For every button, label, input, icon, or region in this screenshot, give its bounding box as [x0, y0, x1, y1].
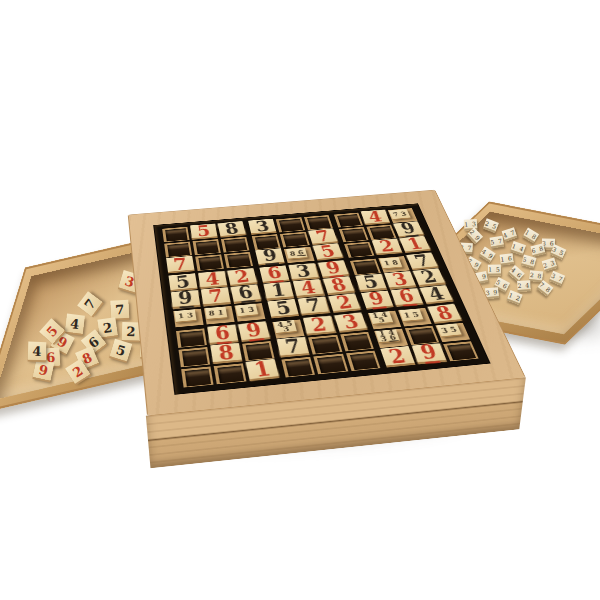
block: 639148572	[260, 262, 360, 319]
number-tile[interactable]: 3	[333, 312, 366, 331]
cell-r6c6[interactable]: 2	[328, 294, 360, 312]
pencil-tile[interactable]: 15	[399, 309, 423, 321]
cell-r9c5[interactable]	[314, 354, 348, 375]
tile-digit: 4	[300, 279, 318, 297]
empty-slot	[349, 353, 377, 370]
pencil-tile[interactable]: 1436	[375, 330, 399, 343]
tile-digit: 4	[425, 284, 447, 302]
block: 6981	[176, 322, 280, 387]
pencil-digit: 1	[376, 329, 387, 337]
block: 187532964	[350, 254, 454, 310]
cell-r5c5[interactable]: 4	[294, 280, 325, 298]
cell-r1c7[interactable]	[334, 213, 363, 228]
pencil-digit: 4	[385, 329, 396, 337]
pencil-digit: 3	[378, 335, 389, 343]
cell-r8c9[interactable]: 35	[435, 323, 470, 342]
empty-slot	[317, 356, 345, 374]
cell-r8c7[interactable]: 1436	[374, 328, 408, 348]
pencil-tile[interactable]: 35	[436, 323, 461, 336]
pencil-digit: 4	[379, 311, 390, 319]
cell-r1c3[interactable]: 8	[218, 222, 246, 237]
tile-digit: 2	[310, 315, 329, 334]
empty-slot	[408, 328, 436, 344]
pencil-digit: 1	[370, 312, 381, 320]
empty-slot	[347, 244, 372, 258]
pencil-tile[interactable]: 73	[389, 209, 411, 219]
pencil-digit: 3	[398, 210, 409, 216]
number-tile[interactable]: 5	[312, 243, 343, 259]
empty-slot	[217, 365, 244, 383]
pencil-digit: 8	[207, 309, 217, 317]
pencil-digit: 3	[281, 325, 292, 333]
tile-digit: 8	[328, 276, 348, 294]
cell-r6c4[interactable]: 5	[268, 300, 299, 318]
empty-slot	[182, 349, 208, 366]
block: 453237	[273, 314, 380, 378]
cell-r5c2[interactable]: 7	[201, 288, 231, 306]
cell-r7c5[interactable]: 2	[303, 316, 336, 335]
empty-slot	[283, 233, 307, 246]
tile-digit: 6	[214, 323, 231, 345]
pencil-digit: 4	[275, 320, 286, 328]
cell-r5c7[interactable]: 5	[355, 275, 387, 292]
box-scene: 5873798654739215429761381136391485721875…	[0, 0, 600, 600]
tile-digit: 8	[433, 303, 455, 322]
tile-digit: 7	[172, 255, 188, 272]
pencil-digit: 8	[390, 259, 401, 266]
number-tile[interactable]: 4	[361, 210, 390, 224]
pencil-tile[interactable]: 13	[174, 309, 196, 321]
pencil-digit: 3	[246, 305, 257, 313]
tile-digit: 2	[386, 345, 408, 366]
number-tile[interactable]: 7	[166, 256, 194, 272]
tile-digit: 3	[340, 312, 361, 332]
cell-r6c2[interactable]: 81	[204, 306, 235, 325]
tile-digit: 1	[405, 236, 425, 252]
tile-digit: 2	[377, 238, 395, 254]
pencil-tile[interactable]: 18	[380, 257, 402, 268]
pencil-tile[interactable]: 86	[286, 248, 307, 259]
cell-r1c5[interactable]	[276, 217, 305, 232]
number-tile[interactable]: 3	[248, 219, 276, 234]
cell-r8c8[interactable]	[405, 326, 439, 345]
pencil-digit: 3	[185, 311, 195, 319]
number-tile[interactable]: 4	[293, 279, 324, 296]
cell-r2c7[interactable]	[339, 227, 369, 243]
empty-slot	[165, 228, 188, 241]
block: 542976138113	[169, 269, 266, 327]
pencil-tile[interactable]: 145	[369, 311, 393, 324]
number-tile[interactable]: 9	[171, 290, 200, 307]
empty-slot	[224, 238, 247, 251]
pencil-tile[interactable]: 13	[235, 304, 258, 317]
number-tile[interactable]: 9	[256, 248, 285, 264]
sudoku-grid-frame: 5873798654739215429761381136391485721875…	[154, 204, 489, 394]
wooden-box: 5873798654739215429761381136391485721875…	[129, 190, 525, 415]
number-tile[interactable]: 9	[238, 321, 270, 340]
number-tile[interactable]: 8	[322, 276, 354, 293]
tile-digit: 1	[270, 281, 287, 299]
tile-digit: 5	[274, 298, 293, 317]
tile-digit: 2	[334, 293, 354, 312]
number-tile[interactable]: 6	[390, 288, 422, 305]
number-tile[interactable]: 5	[190, 224, 217, 239]
empty-slot	[342, 229, 367, 242]
cell-r8c4[interactable]: 7	[277, 338, 310, 358]
product-photo: 8537743296285162319542 1 32 54 71 83 62 …	[0, 0, 600, 600]
pencil-digit: 3	[438, 326, 450, 334]
cell-r6c1[interactable]: 13	[173, 308, 203, 327]
cell-r1c4[interactable]: 3	[249, 220, 277, 235]
cell-r9c9[interactable]	[443, 341, 479, 361]
cell-r6c3[interactable]: 13	[235, 303, 266, 321]
number-tile[interactable]: 4	[419, 285, 452, 303]
cell-r3c8[interactable]: 2	[372, 239, 403, 255]
tile-digit: 9	[178, 289, 194, 309]
number-tile[interactable]: 2	[303, 315, 335, 333]
empty-slot	[447, 343, 476, 360]
tile-digit: 9	[244, 320, 264, 342]
cell-r3c7[interactable]	[344, 242, 374, 258]
tile-digit: 4	[366, 209, 383, 224]
number-tile[interactable]: 9	[361, 290, 393, 307]
cell-r4c1[interactable]: 5	[169, 275, 198, 292]
tile-digit: 5	[196, 223, 211, 239]
pencil-digit: 5	[447, 325, 459, 333]
sudoku-board: 5873798654739215429761381136391485721875…	[162, 208, 478, 387]
cell-r6c8[interactable]: 6	[391, 289, 424, 307]
cell-r8c1[interactable]	[178, 347, 210, 367]
cell-r9c1[interactable]	[181, 366, 213, 387]
number-tile[interactable]: 5	[268, 299, 299, 317]
cell-r1c1[interactable]	[162, 227, 189, 243]
pencil-digit: 1	[176, 312, 186, 320]
tile-digit: 6	[237, 283, 256, 303]
cell-r8c5[interactable]	[309, 335, 342, 355]
pencil-digit: 6	[295, 249, 305, 256]
empty-slot	[198, 256, 222, 270]
cell-r5c1[interactable]: 9	[171, 291, 201, 309]
empty-slot	[285, 359, 313, 377]
empty-slot	[196, 241, 219, 255]
empty-slot	[185, 369, 212, 387]
number-tile[interactable]: 1	[399, 236, 430, 252]
cell-r5c4[interactable]: 1	[264, 283, 295, 301]
empty-slot	[312, 337, 339, 354]
cell-r6c9[interactable]: 4	[420, 286, 453, 304]
pencil-digit: 5	[376, 316, 387, 324]
number-tile[interactable]: 2	[412, 268, 445, 285]
empty-slot	[279, 219, 303, 232]
empty-slot	[179, 330, 204, 347]
cell-r7c1[interactable]	[176, 328, 207, 348]
cell-r7c7[interactable]: 145	[368, 310, 401, 329]
cell-r9c7[interactable]: 2	[380, 347, 415, 367]
tile-digit: 9	[418, 342, 440, 364]
number-tile[interactable]: 2	[380, 346, 415, 366]
empty-slot	[337, 214, 361, 227]
number-tile[interactable]: 7	[201, 287, 231, 304]
cell-r5c6[interactable]: 8	[323, 278, 354, 295]
pencil-digit: 5	[284, 320, 295, 328]
tile-digit: 6	[396, 286, 416, 306]
number-tile[interactable]: 7	[277, 337, 309, 356]
cell-r5c3[interactable]: 6	[231, 286, 261, 304]
cell-r8c2[interactable]: 8	[211, 344, 243, 364]
pencil-digit: 5	[410, 311, 421, 319]
cell-r7c9[interactable]: 8	[428, 305, 462, 324]
tile-digit: 7	[305, 296, 323, 315]
cell-r8c6[interactable]	[340, 332, 374, 352]
number-tile[interactable]: 8	[218, 221, 247, 236]
cell-r1c2[interactable]: 5	[190, 224, 218, 239]
tile-digit: 7	[284, 336, 303, 356]
cell-r2c3[interactable]	[221, 237, 250, 253]
cell-r2c5[interactable]	[280, 232, 309, 248]
tile-digit: 9	[366, 289, 387, 309]
block: 14515814363529	[368, 305, 479, 368]
empty-slot	[343, 334, 371, 351]
cell-r6c7[interactable]: 9	[361, 291, 394, 309]
number-tile[interactable]: 2	[372, 239, 402, 254]
cell-r6c5[interactable]: 7	[298, 297, 330, 315]
number-tile[interactable]: 1	[246, 359, 280, 380]
tile-digit: 8	[217, 342, 235, 363]
cell-r7c6[interactable]: 3	[334, 314, 367, 333]
tile-digit: 8	[223, 221, 240, 237]
number-tile[interactable]: 1	[264, 282, 294, 299]
cell-r9c8[interactable]: 9	[412, 344, 447, 364]
tile-digit: 7	[207, 287, 224, 305]
pencil-digit: 1	[401, 311, 412, 319]
cell-r1c8[interactable]: 4	[361, 210, 391, 225]
pencil-digit: 1	[237, 306, 248, 314]
box-lid-top: 5873798654739215429761381136391485721875…	[129, 190, 525, 415]
number-tile[interactable]: 8	[210, 343, 242, 362]
cell-r7c4[interactable]: 453	[273, 319, 305, 338]
cell-r9c3[interactable]: 1	[246, 360, 279, 381]
number-tile[interactable]: 6	[207, 324, 238, 342]
cell-r9c6[interactable]	[346, 351, 380, 372]
number-tile[interactable]: 9	[412, 343, 446, 362]
empty-slot	[227, 254, 251, 268]
cell-r7c3[interactable]: 9	[239, 322, 271, 341]
cell-r2c2[interactable]	[193, 239, 221, 255]
cell-r9c4[interactable]	[282, 357, 316, 378]
pencil-tile[interactable]: 453	[274, 320, 297, 333]
empty-slot	[246, 343, 273, 360]
number-tile[interactable]: 7	[298, 296, 329, 313]
pencil-tile[interactable]: 81	[205, 307, 227, 319]
number-tile[interactable]: 6	[231, 285, 262, 303]
number-tile[interactable]: 2	[328, 293, 361, 311]
number-tile[interactable]: 8	[427, 304, 461, 322]
cell-r8c3[interactable]	[242, 341, 275, 361]
pencil-digit: 6	[387, 334, 399, 343]
tile-digit: 1	[252, 358, 272, 380]
pencil-digit: 1	[216, 309, 226, 317]
cell-r7c8[interactable]: 15	[398, 308, 432, 327]
tile-digit: 3	[254, 218, 271, 234]
cell-r9c2[interactable]	[214, 363, 247, 384]
cell-r7c2[interactable]: 6	[207, 325, 238, 344]
